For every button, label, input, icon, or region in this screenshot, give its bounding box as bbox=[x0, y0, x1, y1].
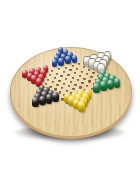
hole[interactable] bbox=[72, 77, 74, 79]
hole[interactable] bbox=[86, 73, 88, 75]
hole[interactable] bbox=[58, 68, 60, 70]
peg-blue[interactable] bbox=[58, 58, 64, 66]
hole[interactable] bbox=[72, 65, 74, 67]
hole[interactable] bbox=[51, 70, 53, 72]
hole[interactable] bbox=[81, 71, 83, 73]
hole[interactable] bbox=[56, 84, 58, 86]
hole[interactable] bbox=[67, 74, 69, 76]
hole[interactable] bbox=[68, 85, 70, 87]
hole[interactable] bbox=[83, 66, 85, 68]
hole[interactable] bbox=[60, 75, 62, 77]
peg-blue[interactable] bbox=[72, 55, 78, 63]
peg-green[interactable] bbox=[93, 83, 100, 93]
hole[interactable] bbox=[86, 85, 89, 87]
hole[interactable] bbox=[88, 80, 90, 82]
hole[interactable] bbox=[69, 69, 71, 71]
hole[interactable] bbox=[63, 71, 65, 73]
product-photo-canvas bbox=[0, 0, 140, 187]
hole[interactable] bbox=[65, 67, 67, 69]
hole[interactable] bbox=[77, 79, 79, 81]
hole[interactable] bbox=[83, 78, 85, 80]
hole[interactable] bbox=[74, 84, 76, 86]
hole[interactable] bbox=[79, 86, 82, 88]
hole[interactable] bbox=[81, 82, 83, 84]
peg-green[interactable] bbox=[107, 80, 114, 90]
peg-green[interactable] bbox=[114, 78, 121, 88]
peg-blue[interactable] bbox=[52, 59, 58, 67]
hole[interactable] bbox=[65, 78, 67, 80]
hole[interactable] bbox=[45, 83, 47, 85]
hole[interactable] bbox=[66, 90, 69, 92]
hole[interactable] bbox=[72, 88, 75, 90]
peg-green[interactable] bbox=[100, 81, 107, 91]
hole[interactable] bbox=[54, 88, 56, 90]
hole[interactable] bbox=[49, 74, 51, 76]
hole[interactable] bbox=[76, 68, 78, 70]
peg-black[interactable] bbox=[32, 97, 39, 107]
board-holes-and-pegs-layer bbox=[11, 48, 131, 136]
hole[interactable] bbox=[63, 83, 65, 85]
hole[interactable] bbox=[90, 76, 92, 78]
hole[interactable] bbox=[92, 72, 94, 74]
hole[interactable] bbox=[56, 73, 58, 75]
hole[interactable] bbox=[61, 87, 63, 89]
hole[interactable] bbox=[74, 72, 76, 74]
hole[interactable] bbox=[79, 75, 81, 77]
hole[interactable] bbox=[49, 86, 51, 88]
hole[interactable] bbox=[54, 77, 56, 79]
hole[interactable] bbox=[88, 69, 90, 71]
peg-black[interactable] bbox=[46, 94, 53, 104]
hole[interactable] bbox=[59, 91, 62, 93]
peg-blue[interactable] bbox=[65, 56, 71, 64]
peg-black[interactable] bbox=[52, 92, 59, 102]
hole[interactable] bbox=[70, 81, 72, 83]
hole[interactable] bbox=[47, 79, 49, 81]
chinese-checkers-board bbox=[10, 47, 132, 137]
hole[interactable] bbox=[78, 63, 80, 65]
hole[interactable] bbox=[58, 80, 60, 82]
hole[interactable] bbox=[52, 81, 54, 83]
peg-yellow[interactable] bbox=[78, 101, 85, 112]
peg-black[interactable] bbox=[39, 96, 46, 106]
